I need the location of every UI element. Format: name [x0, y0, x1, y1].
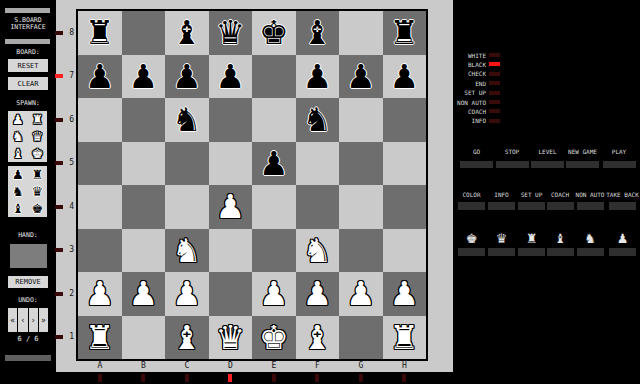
piece-button-wB[interactable]	[547, 248, 574, 256]
square-h8[interactable]: ♜	[383, 11, 427, 55]
led-check	[489, 72, 500, 76]
hand-section-label: HAND:	[0, 232, 56, 239]
piece-wQ: ♛	[31, 129, 43, 144]
file-tick-e	[272, 374, 276, 382]
file-tick-a	[98, 374, 102, 382]
spawn-wR[interactable]: ♜	[28, 111, 48, 128]
piece-bP: ♟	[296, 55, 340, 99]
square-d6[interactable]	[209, 98, 253, 142]
spawn-bR[interactable]: ♜	[28, 166, 48, 183]
piece-wP: ♟	[12, 112, 24, 127]
square-e4[interactable]	[252, 185, 296, 229]
square-g1[interactable]	[339, 316, 383, 360]
square-h3[interactable]	[383, 229, 427, 273]
file-tick-h	[402, 374, 406, 382]
led-black	[489, 62, 500, 66]
square-c1[interactable]: ♝	[165, 316, 209, 360]
square-g7[interactable]: ♟	[339, 55, 383, 99]
square-f4[interactable]	[296, 185, 340, 229]
led-info	[489, 119, 500, 123]
piece-bR: ♜	[383, 11, 427, 55]
square-e5[interactable]: ♟	[252, 142, 296, 186]
piece-bQ: ♛	[209, 11, 253, 55]
led-row-black: BLACK	[454, 60, 500, 68]
piece-wR: ♜	[31, 112, 43, 127]
spawn-bN[interactable]: ♞	[8, 183, 28, 200]
app-title: S.BOARD INTERFACE	[0, 17, 56, 31]
square-a6[interactable]	[78, 98, 122, 142]
led-row-end: END	[454, 79, 500, 87]
led-set-up	[489, 91, 500, 95]
square-f6[interactable]: ♞	[296, 98, 340, 142]
led-label-check: CHECK	[468, 70, 486, 77]
square-a5[interactable]	[78, 142, 122, 186]
spawn-wB[interactable]: ♝	[8, 145, 28, 162]
square-d4[interactable]: ♟	[209, 185, 253, 229]
piece-bN: ♞	[12, 184, 24, 199]
square-c4[interactable]	[165, 185, 209, 229]
square-f5[interactable]	[296, 142, 340, 186]
spawn-bP[interactable]: ♟	[8, 166, 28, 183]
chess-computer-ui: S.BOARD INTERFACE BOARD: RESET CLEAR SPA…	[0, 0, 640, 384]
square-d7[interactable]: ♟	[209, 55, 253, 99]
piece-wP: ♟	[122, 272, 166, 316]
piece-bP: ♟	[252, 142, 296, 186]
piece-wP: ♟	[383, 272, 427, 316]
piece-wP: ♟	[296, 272, 340, 316]
level-button[interactable]	[531, 161, 564, 168]
piece-bP: ♟	[383, 55, 427, 99]
file-label-a: A	[93, 361, 107, 371]
file-tick-d	[228, 374, 232, 382]
square-a1[interactable]: ♜	[78, 316, 122, 360]
undo-counter: 6 / 6	[0, 336, 56, 344]
piece-wK: ♚	[252, 316, 296, 360]
square-e2[interactable]: ♟	[252, 272, 296, 316]
piece-wP: ♟	[339, 272, 383, 316]
square-h5[interactable]	[383, 142, 427, 186]
piece-wN: ♞	[165, 229, 209, 273]
square-g6[interactable]	[339, 98, 383, 142]
piece-bR: ♜	[31, 167, 43, 182]
spawn-bQ[interactable]: ♛	[28, 183, 48, 200]
piece-bN: ♞	[296, 98, 340, 142]
piece-button-wR[interactable]	[518, 248, 545, 256]
piece-bB: ♝	[12, 201, 24, 216]
led-label-set-up: SET UP	[464, 89, 486, 96]
app-title-line2: INTERFACE	[0, 24, 56, 31]
piece-button-wQ[interactable]	[488, 248, 515, 256]
led-row-set-up: SET UP	[454, 89, 500, 97]
square-e6[interactable]	[252, 98, 296, 142]
piece-bB: ♝	[165, 11, 209, 55]
led-row-info: INFO	[454, 117, 500, 125]
panel-bottom-bar	[5, 355, 51, 361]
piece-bN: ♞	[165, 98, 209, 142]
led-label-coach: COACH	[468, 108, 486, 115]
led-row-check: CHECK	[454, 70, 500, 78]
square-c3[interactable]: ♞	[165, 229, 209, 273]
square-e8[interactable]: ♚	[252, 11, 296, 55]
file-label-g: G	[354, 361, 368, 371]
piece-wB: ♝	[12, 146, 24, 161]
piece-icon-wN: ♞	[573, 230, 607, 247]
piece-wN: ♞	[296, 229, 340, 273]
square-b3[interactable]	[122, 229, 166, 273]
piece-bP: ♟	[78, 55, 122, 99]
piece-wK: ♚	[31, 146, 43, 161]
piece-bP: ♟	[122, 55, 166, 99]
square-e7[interactable]	[252, 55, 296, 99]
square-d8[interactable]: ♛	[209, 11, 253, 55]
piece-button-wN[interactable]	[577, 248, 604, 256]
led-row-white: WHITE	[454, 51, 500, 59]
piece-button-wP[interactable]	[609, 248, 636, 256]
remove-button[interactable]: REMOVE	[8, 276, 48, 288]
file-tick-f	[315, 374, 319, 382]
square-g8[interactable]	[339, 11, 383, 55]
square-h2[interactable]: ♟	[383, 272, 427, 316]
file-tick-b	[141, 374, 145, 382]
button-label-stop: STOP	[494, 148, 530, 155]
piece-wN: ♞	[12, 129, 24, 144]
led-label-white: WHITE	[468, 52, 486, 59]
spawn-palette-black: ♟♜♞♛♝♚	[8, 166, 47, 217]
color-button[interactable]	[458, 202, 485, 210]
coach-button[interactable]	[547, 202, 574, 210]
square-g2[interactable]: ♟	[339, 272, 383, 316]
button-label-play: PLAY	[601, 148, 637, 155]
title-divider	[5, 39, 50, 44]
square-b2[interactable]: ♟	[122, 272, 166, 316]
square-e3[interactable]	[252, 229, 296, 273]
square-c7[interactable]: ♟	[165, 55, 209, 99]
undo-forward-button[interactable]: ›	[29, 308, 38, 332]
led-label-info: INFO	[472, 117, 486, 124]
spawn-bB[interactable]: ♝	[8, 200, 28, 217]
board-section-label: BOARD:	[0, 49, 56, 56]
file-tick-c	[185, 374, 189, 382]
piece-wR: ♜	[383, 316, 427, 360]
led-label-black: BLACK	[468, 61, 486, 68]
file-label-b: B	[136, 361, 150, 371]
square-f7[interactable]: ♟	[296, 55, 340, 99]
rank-tick-4	[55, 205, 63, 209]
square-b1[interactable]	[122, 316, 166, 360]
set-up-button[interactable]	[518, 202, 545, 210]
undo-back-button[interactable]: ‹	[18, 308, 27, 332]
led-label-end: END	[475, 80, 486, 87]
go-button[interactable]	[460, 161, 493, 168]
rank-tick-3	[55, 248, 63, 252]
spawn-wP[interactable]: ♟	[8, 111, 28, 128]
button-label-go: GO	[459, 148, 495, 155]
file-label-h: H	[397, 361, 411, 371]
square-b6[interactable]	[122, 98, 166, 142]
spawn-wK[interactable]: ♚	[28, 145, 48, 162]
take-back-button[interactable]	[609, 202, 636, 210]
button-label-level: LEVEL	[530, 148, 566, 155]
spawn-bK[interactable]: ♚	[28, 200, 48, 217]
spawn-wQ[interactable]: ♛	[28, 128, 48, 145]
piece-icon-wB: ♝	[543, 230, 577, 247]
chess-board: ♜♝♛♚♝♜♟♟♟♟♟♟♟♞♞♟♟♞♞♟♟♟♟♟♟♟♜♝♛♚♝♜	[76, 9, 428, 361]
file-label-f: F	[310, 361, 324, 371]
piece-wP: ♟	[78, 272, 122, 316]
led-end	[489, 81, 500, 85]
piece-wB: ♝	[165, 316, 209, 360]
non-auto-button[interactable]	[577, 202, 604, 210]
square-f1[interactable]: ♝	[296, 316, 340, 360]
piece-icon-wP: ♟	[606, 230, 640, 247]
undo-section-label: UNDO:	[0, 297, 56, 304]
undo-controls: «‹›»	[8, 308, 48, 332]
square-h6[interactable]	[383, 98, 427, 142]
button-label-color: COLOR	[455, 191, 489, 198]
square-b4[interactable]	[122, 185, 166, 229]
file-tick-g	[359, 374, 363, 382]
square-h1[interactable]: ♜	[383, 316, 427, 360]
piece-wB: ♝	[296, 316, 340, 360]
piece-bP: ♟	[209, 55, 253, 99]
panel-top-divider	[5, 8, 50, 13]
square-h7[interactable]: ♟	[383, 55, 427, 99]
rank-tick-8	[55, 31, 63, 35]
square-b7[interactable]: ♟	[122, 55, 166, 99]
spawn-palette-white: ♟♜♞♛♝♚	[8, 111, 47, 162]
piece-bP: ♟	[165, 55, 209, 99]
square-g3[interactable]	[339, 229, 383, 273]
clear-button[interactable]: CLEAR	[8, 77, 48, 90]
rank-tick-7	[55, 74, 63, 78]
led-row-non-auto: NON AUTO	[454, 98, 500, 106]
reset-button[interactable]: RESET	[8, 59, 48, 72]
hand-slot[interactable]	[10, 244, 47, 268]
square-c8[interactable]: ♝	[165, 11, 209, 55]
undo-end-button[interactable]: »	[39, 308, 48, 332]
square-f3[interactable]: ♞	[296, 229, 340, 273]
square-g4[interactable]	[339, 185, 383, 229]
rank-tick-6	[55, 118, 63, 122]
square-a8[interactable]: ♜	[78, 11, 122, 55]
square-h4[interactable]	[383, 185, 427, 229]
piece-icon-wK: ♚	[455, 230, 489, 247]
square-a4[interactable]	[78, 185, 122, 229]
square-d1[interactable]: ♛	[209, 316, 253, 360]
piece-bP: ♟	[12, 167, 24, 182]
piece-wR: ♜	[78, 316, 122, 360]
piece-wQ: ♛	[209, 316, 253, 360]
spawn-section-label: SPAWN:	[0, 100, 56, 107]
square-a7[interactable]: ♟	[78, 55, 122, 99]
piece-bR: ♜	[78, 11, 122, 55]
rank-tick-1	[55, 335, 63, 339]
led-coach	[489, 109, 500, 113]
square-b8[interactable]	[122, 11, 166, 55]
play-button[interactable]	[603, 161, 636, 168]
led-label-non-auto: NON AUTO	[457, 99, 486, 106]
undo-start-button[interactable]: «	[8, 308, 17, 332]
spawn-wN[interactable]: ♞	[8, 128, 28, 145]
piece-wP: ♟	[209, 185, 253, 229]
file-label-d: D	[223, 361, 237, 371]
square-c2[interactable]: ♟	[165, 272, 209, 316]
square-a2[interactable]: ♟	[78, 272, 122, 316]
button-label-take-back: TAKE BACK	[606, 191, 640, 198]
led-row-coach: COACH	[454, 107, 500, 115]
piece-wP: ♟	[165, 272, 209, 316]
file-label-c: C	[180, 361, 194, 371]
info-button[interactable]	[488, 202, 515, 210]
piece-wP: ♟	[252, 272, 296, 316]
rank-tick-2	[55, 292, 63, 296]
led-white	[489, 53, 500, 57]
piece-bK: ♚	[31, 201, 43, 216]
new-game-button[interactable]	[566, 161, 599, 168]
button-label-info: INFO	[485, 191, 519, 198]
button-label-new-game: NEW GAME	[565, 148, 601, 155]
square-f8[interactable]: ♝	[296, 11, 340, 55]
led-non-auto	[489, 100, 500, 104]
stop-button[interactable]	[496, 161, 529, 168]
file-label-e: E	[267, 361, 281, 371]
square-d3[interactable]	[209, 229, 253, 273]
piece-bB: ♝	[296, 11, 340, 55]
square-f2[interactable]: ♟	[296, 272, 340, 316]
square-g5[interactable]	[339, 142, 383, 186]
piece-bP: ♟	[339, 55, 383, 99]
piece-icon-wQ: ♛	[485, 230, 519, 247]
square-a3[interactable]	[78, 229, 122, 273]
button-label-coach: COACH	[543, 191, 577, 198]
piece-button-wK[interactable]	[458, 248, 485, 256]
square-e1[interactable]: ♚	[252, 316, 296, 360]
button-label-non-auto: NON AUTO	[573, 191, 607, 198]
piece-bK: ♚	[252, 11, 296, 55]
square-c5[interactable]	[165, 142, 209, 186]
square-b5[interactable]	[122, 142, 166, 186]
rank-tick-5	[55, 161, 63, 165]
square-d2[interactable]	[209, 272, 253, 316]
square-c6[interactable]: ♞	[165, 98, 209, 142]
square-d5[interactable]	[209, 142, 253, 186]
piece-bQ: ♛	[31, 184, 43, 199]
